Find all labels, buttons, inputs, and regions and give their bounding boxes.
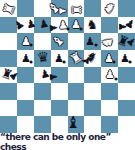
square-c5 — [34, 50, 51, 67]
square-g1 — [101, 116, 118, 133]
square-b8 — [17, 0, 34, 17]
square-d7 — [51, 17, 68, 34]
square-d8 — [51, 0, 68, 17]
square-a4 — [0, 67, 17, 84]
caption: “there can be only one” chess — [0, 133, 135, 150]
square-g7 — [101, 17, 118, 34]
square-f2 — [84, 100, 101, 117]
square-e5 — [68, 50, 85, 67]
square-a1 — [0, 116, 17, 133]
square-f3 — [84, 83, 101, 100]
square-h4 — [118, 67, 135, 84]
square-a5 — [0, 50, 17, 67]
square-f1 — [84, 116, 101, 133]
square-f8 — [84, 0, 101, 17]
square-e1 — [68, 116, 85, 133]
square-h1 — [118, 116, 135, 133]
square-a2 — [0, 100, 17, 117]
square-g4 — [101, 67, 118, 84]
square-e2 — [68, 100, 85, 117]
square-f7 — [84, 17, 101, 34]
square-g3 — [101, 83, 118, 100]
square-h2 — [118, 100, 135, 117]
square-e3 — [68, 83, 85, 100]
square-d6 — [51, 33, 68, 50]
square-e4 — [68, 67, 85, 84]
square-e8 — [68, 0, 85, 17]
square-d5 — [51, 50, 68, 67]
square-f5 — [84, 50, 101, 67]
square-c6 — [34, 33, 51, 50]
square-b6 — [17, 33, 34, 50]
square-c7 — [34, 17, 51, 34]
square-b5 — [17, 50, 34, 67]
square-a3 — [0, 83, 17, 100]
square-a7 — [0, 17, 17, 34]
chess-board: ♜♝♟♜♞♟♟♟♟♟●♟●♞♟♟♟●♝♟●♞♜♟♟●♛♟●♜♞♟♟●♟●♜♟♟♟… — [0, 0, 135, 133]
square-h5 — [118, 50, 135, 67]
square-b1 — [17, 116, 34, 133]
square-h8 — [118, 0, 135, 17]
square-c3 — [34, 83, 51, 100]
board-squares — [0, 0, 135, 133]
square-c2 — [34, 100, 51, 117]
square-a8 — [0, 0, 17, 17]
square-d3 — [51, 83, 68, 100]
square-b3 — [17, 83, 34, 100]
diagram: ♜♝♟♜♞♟♟♟♟♟●♟●♞♟♟♟●♝♟●♞♜♟♟●♛♟●♜♞♟♟●♟●♜♟♟♟… — [0, 0, 135, 150]
square-g6 — [101, 33, 118, 50]
square-g5 — [101, 50, 118, 67]
square-c4 — [34, 67, 51, 84]
square-b7 — [17, 17, 34, 34]
square-c8 — [34, 0, 51, 17]
square-g8 — [101, 0, 118, 17]
square-d4 — [51, 67, 68, 84]
square-e6 — [68, 33, 85, 50]
square-d1 — [51, 116, 68, 133]
square-f4 — [84, 67, 101, 84]
square-b2 — [17, 100, 34, 117]
square-a6 — [0, 33, 17, 50]
square-e7 — [68, 17, 85, 34]
square-h7 — [118, 17, 135, 34]
square-b4 — [17, 67, 34, 84]
square-c1 — [34, 116, 51, 133]
square-d2 — [51, 100, 68, 117]
square-g2 — [101, 100, 118, 117]
square-h6 — [118, 33, 135, 50]
square-f6 — [84, 33, 101, 50]
square-h3 — [118, 83, 135, 100]
